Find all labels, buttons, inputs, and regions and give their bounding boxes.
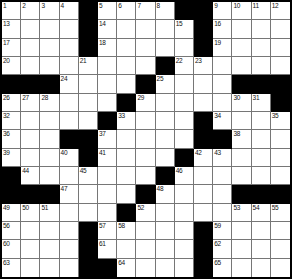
black-square-r14c5 [79, 240, 98, 258]
cell-r13c9[interactable] [156, 222, 175, 240]
cell-r12c13[interactable]: 53 [232, 204, 251, 222]
cell-r12c6[interactable] [98, 204, 117, 222]
cell-r1c7[interactable]: 6 [117, 2, 136, 20]
cell-r10c15[interactable] [271, 167, 290, 185]
black-square-r1c5 [79, 2, 98, 20]
cell-r11c11[interactable] [194, 185, 213, 203]
cell-r14c10[interactable] [175, 240, 194, 258]
cell-r9c8[interactable] [136, 149, 155, 167]
black-square-r5c14 [252, 75, 271, 93]
cell-r10c5[interactable]: 45 [79, 167, 98, 185]
cell-r10c13[interactable] [232, 167, 251, 185]
cell-r3c9[interactable] [156, 39, 175, 57]
cell-r1c14[interactable]: 11 [252, 2, 271, 20]
clue-number: 2 [22, 2, 25, 10]
cell-r2c3[interactable] [40, 20, 59, 38]
cell-r4c7[interactable] [117, 57, 136, 75]
clue-number: 44 [22, 167, 29, 175]
cell-r10c10[interactable]: 46 [175, 167, 194, 185]
cell-r6c9[interactable] [156, 94, 175, 112]
clue-number: 5 [99, 2, 102, 10]
cell-r3c4[interactable] [60, 39, 79, 57]
cell-r13c15[interactable] [271, 222, 290, 240]
clue-number: 25 [157, 75, 164, 83]
cell-r7c8[interactable] [136, 112, 155, 130]
cell-r4c5[interactable]: 21 [79, 57, 98, 75]
cell-r15c2[interactable] [21, 259, 40, 277]
black-square-r8c4 [60, 130, 79, 148]
black-square-r13c11 [194, 222, 213, 240]
cell-r7c2[interactable] [21, 112, 40, 130]
cell-r3c6[interactable]: 18 [98, 39, 117, 57]
cell-r10c4[interactable] [60, 167, 79, 185]
cell-r1c8[interactable]: 7 [136, 2, 155, 20]
cell-r3c10[interactable] [175, 39, 194, 57]
cell-r9c12[interactable]: 43 [213, 149, 232, 167]
cell-r6c13[interactable]: 30 [232, 94, 251, 112]
black-square-r10c1 [2, 167, 21, 185]
cell-r7c10[interactable] [175, 112, 194, 130]
clue-number: 7 [137, 2, 140, 10]
cell-r13c4[interactable] [60, 222, 79, 240]
cell-r12c9[interactable] [156, 204, 175, 222]
cell-r2c15[interactable] [271, 20, 290, 38]
cell-r9c11[interactable]: 42 [194, 149, 213, 167]
clue-number: 15 [176, 20, 183, 28]
clue-number: 61 [99, 240, 106, 248]
cell-r8c3[interactable] [40, 130, 59, 148]
cell-r8c9[interactable] [156, 130, 175, 148]
cell-r6c14[interactable]: 31 [252, 94, 271, 112]
clue-number: 64 [118, 259, 125, 267]
cell-r15c12[interactable]: 65 [213, 259, 232, 277]
cell-r11c4[interactable]: 47 [60, 185, 79, 203]
cell-r2c12[interactable]: 16 [213, 20, 232, 38]
cell-r3c2[interactable] [21, 39, 40, 57]
cell-r11c6[interactable] [98, 185, 117, 203]
clue-number: 42 [195, 149, 202, 157]
cell-r9c6[interactable]: 41 [98, 149, 117, 167]
clue-number: 8 [157, 2, 160, 10]
cell-r14c2[interactable] [21, 240, 40, 258]
clue-number: 57 [99, 222, 106, 230]
clue-number: 10 [233, 2, 240, 10]
black-square-r11c14 [252, 185, 271, 203]
black-square-r8c12 [213, 130, 232, 148]
black-square-r11c8 [136, 185, 155, 203]
black-square-r2c11 [194, 20, 213, 38]
cell-r1c2[interactable]: 2 [21, 2, 40, 20]
cell-r7c1[interactable]: 32 [2, 112, 21, 130]
cell-r4c10[interactable]: 22 [175, 57, 194, 75]
clue-number: 19 [214, 39, 221, 47]
black-square-r11c3 [40, 185, 59, 203]
cell-r2c6[interactable]: 14 [98, 20, 117, 38]
clue-number: 46 [176, 167, 183, 175]
cell-r2c9[interactable] [156, 20, 175, 38]
clue-number: 18 [99, 39, 106, 47]
cell-r4c11[interactable]: 23 [194, 57, 213, 75]
cell-r6c6[interactable] [98, 94, 117, 112]
cell-r3c1[interactable]: 17 [2, 39, 21, 57]
cell-r7c9[interactable] [156, 112, 175, 130]
clue-number: 59 [214, 222, 221, 230]
cell-r6c8[interactable]: 29 [136, 94, 155, 112]
cell-r8c10[interactable] [175, 130, 194, 148]
black-square-r3c5 [79, 39, 98, 57]
cell-r2c2[interactable] [21, 20, 40, 38]
cell-r5c10[interactable] [175, 75, 194, 93]
cell-r4c14[interactable] [252, 57, 271, 75]
cell-r14c9[interactable] [156, 240, 175, 258]
clue-number: 13 [3, 20, 10, 28]
cell-r3c12[interactable]: 19 [213, 39, 232, 57]
cell-r15c8[interactable] [136, 259, 155, 277]
black-square-r8c11 [194, 130, 213, 148]
cell-r12c10[interactable] [175, 204, 194, 222]
cell-r7c4[interactable] [60, 112, 79, 130]
cell-r6c10[interactable] [175, 94, 194, 112]
clue-number: 24 [61, 75, 68, 83]
cell-r9c15[interactable] [271, 149, 290, 167]
clue-number: 58 [118, 222, 125, 230]
clue-number: 49 [3, 204, 10, 212]
clue-number: 20 [3, 57, 10, 65]
cell-r14c12[interactable]: 62 [213, 240, 232, 258]
cell-r6c5[interactable] [79, 94, 98, 112]
cell-r5c9[interactable]: 25 [156, 75, 175, 93]
cell-r7c13[interactable] [232, 112, 251, 130]
clue-number: 16 [214, 20, 221, 28]
cell-r9c3[interactable] [40, 149, 59, 167]
cell-r4c12[interactable] [213, 57, 232, 75]
cell-r14c3[interactable] [40, 240, 59, 258]
cell-r3c8[interactable] [136, 39, 155, 57]
cell-r12c1[interactable]: 49 [2, 204, 21, 222]
cell-r14c13[interactable] [232, 240, 251, 258]
clue-number: 30 [233, 94, 240, 102]
clue-number: 63 [3, 259, 10, 267]
cell-r1c15[interactable]: 12 [271, 2, 290, 20]
cell-r8c6[interactable]: 37 [98, 130, 117, 148]
cell-r12c5[interactable] [79, 204, 98, 222]
black-square-r4c9 [156, 57, 175, 75]
clue-number: 65 [214, 259, 221, 267]
cell-r8c2[interactable] [21, 130, 40, 148]
cell-r15c9[interactable] [156, 259, 175, 277]
cell-r12c15[interactable]: 55 [271, 204, 290, 222]
cell-r11c7[interactable] [117, 185, 136, 203]
clue-number: 3 [41, 2, 44, 10]
cell-r1c13[interactable]: 10 [232, 2, 251, 20]
cell-r13c8[interactable] [136, 222, 155, 240]
cell-r11c12[interactable] [213, 185, 232, 203]
black-square-r5c2 [21, 75, 40, 93]
black-square-r5c13 [232, 75, 251, 93]
cell-r10c3[interactable] [40, 167, 59, 185]
cell-r10c2[interactable]: 44 [21, 167, 40, 185]
cell-r5c4[interactable]: 24 [60, 75, 79, 93]
clue-number: 52 [137, 204, 144, 212]
clue-number: 26 [3, 94, 10, 102]
clue-number: 43 [214, 149, 221, 157]
clue-number: 41 [99, 149, 106, 157]
clue-number: 47 [61, 185, 68, 193]
clue-number: 54 [253, 204, 260, 212]
cell-r13c14[interactable] [252, 222, 271, 240]
cell-r9c9[interactable] [156, 149, 175, 167]
clue-number: 37 [99, 130, 106, 138]
cell-r2c14[interactable] [252, 20, 271, 38]
cell-r15c14[interactable] [252, 259, 271, 277]
cell-r14c14[interactable] [252, 240, 271, 258]
cell-r7c3[interactable] [40, 112, 59, 130]
clue-number: 40 [61, 149, 68, 157]
cell-r8c13[interactable]: 38 [232, 130, 251, 148]
cell-r9c13[interactable] [232, 149, 251, 167]
clue-number: 48 [157, 185, 164, 193]
black-square-r15c6 [98, 259, 117, 277]
cell-r3c3[interactable] [40, 39, 59, 57]
cell-r2c10[interactable]: 15 [175, 20, 194, 38]
cell-r7c12[interactable]: 34 [213, 112, 232, 130]
black-square-r13c5 [79, 222, 98, 240]
black-square-r9c5 [79, 149, 98, 167]
cell-r11c10[interactable] [175, 185, 194, 203]
cell-r14c8[interactable] [136, 240, 155, 258]
clue-number: 27 [22, 94, 29, 102]
cell-r12c4[interactable] [60, 204, 79, 222]
cell-r10c14[interactable] [252, 167, 271, 185]
cell-r14c4[interactable] [60, 240, 79, 258]
clue-number: 31 [253, 94, 260, 102]
cell-r5c6[interactable] [98, 75, 117, 93]
clue-number: 50 [22, 204, 29, 212]
clue-number: 60 [3, 240, 10, 248]
cell-r13c3[interactable] [40, 222, 59, 240]
clue-number: 62 [214, 240, 221, 248]
cell-r12c14[interactable]: 54 [252, 204, 271, 222]
cell-r12c2[interactable]: 50 [21, 204, 40, 222]
cell-r9c1[interactable]: 39 [2, 149, 21, 167]
cell-r9c4[interactable]: 40 [60, 149, 79, 167]
cell-r13c6[interactable]: 57 [98, 222, 117, 240]
cell-r14c7[interactable] [117, 240, 136, 258]
cell-r7c5[interactable] [79, 112, 98, 130]
clue-number: 33 [118, 112, 125, 120]
black-square-r11c13 [232, 185, 251, 203]
cell-r2c8[interactable] [136, 20, 155, 38]
crossword-board: 1234567891011121314151617181920212223242… [0, 0, 292, 279]
clue-number: 17 [3, 39, 10, 47]
cell-r8c7[interactable] [117, 130, 136, 148]
clue-number: 12 [272, 2, 279, 10]
clue-number: 34 [214, 112, 221, 120]
black-square-r5c1 [2, 75, 21, 93]
cell-r6c1[interactable]: 26 [2, 94, 21, 112]
black-square-r6c7 [117, 94, 136, 112]
cell-r15c4[interactable] [60, 259, 79, 277]
clue-number: 28 [41, 94, 48, 102]
clue-number: 23 [195, 57, 202, 65]
cell-r8c8[interactable] [136, 130, 155, 148]
cell-r13c13[interactable] [232, 222, 251, 240]
black-square-r3c11 [194, 39, 213, 57]
black-square-r14c11 [194, 240, 213, 258]
black-square-r5c3 [40, 75, 59, 93]
cell-r6c2[interactable]: 27 [21, 94, 40, 112]
black-square-r9c10 [175, 149, 194, 167]
cell-r3c14[interactable] [252, 39, 271, 57]
cell-r1c4[interactable]: 4 [60, 2, 79, 20]
cell-r15c10[interactable] [175, 259, 194, 277]
cell-r1c3[interactable]: 3 [40, 2, 59, 20]
black-square-r11c15 [271, 185, 290, 203]
clue-number: 32 [3, 112, 10, 120]
black-square-r7c11 [194, 112, 213, 130]
clue-number: 6 [118, 2, 121, 10]
cell-r10c8[interactable] [136, 167, 155, 185]
cell-r12c12[interactable] [213, 204, 232, 222]
cell-r14c15[interactable] [271, 240, 290, 258]
cell-r10c11[interactable] [194, 167, 213, 185]
black-square-r10c9 [156, 167, 175, 185]
black-square-r11c2 [21, 185, 40, 203]
cell-r9c2[interactable] [21, 149, 40, 167]
cell-r4c2[interactable] [21, 57, 40, 75]
cell-r15c7[interactable]: 64 [117, 259, 136, 277]
cell-r8c15[interactable] [271, 130, 290, 148]
clue-number: 29 [137, 94, 144, 102]
clue-number: 21 [80, 57, 87, 65]
clue-number: 55 [272, 204, 279, 212]
cell-r5c7[interactable] [117, 75, 136, 93]
clue-number: 39 [3, 149, 10, 157]
cell-r4c6[interactable] [98, 57, 117, 75]
cell-r4c3[interactable] [40, 57, 59, 75]
cell-r12c8[interactable]: 52 [136, 204, 155, 222]
cell-r13c2[interactable] [21, 222, 40, 240]
black-square-r7c6 [98, 112, 117, 130]
cell-r4c1[interactable]: 20 [2, 57, 21, 75]
clue-number: 53 [233, 204, 240, 212]
cell-r2c7[interactable] [117, 20, 136, 38]
clue-number: 56 [3, 222, 10, 230]
cell-r4c13[interactable] [232, 57, 251, 75]
cell-r5c5[interactable] [79, 75, 98, 93]
cell-r15c13[interactable] [232, 259, 251, 277]
cell-r3c7[interactable] [117, 39, 136, 57]
cell-r6c12[interactable] [213, 94, 232, 112]
cell-r9c14[interactable] [252, 149, 271, 167]
cell-r15c1[interactable]: 63 [2, 259, 21, 277]
cell-r2c13[interactable] [232, 20, 251, 38]
clue-number: 45 [80, 167, 87, 175]
cell-r7c7[interactable]: 33 [117, 112, 136, 130]
black-square-r5c8 [136, 75, 155, 93]
cell-r12c11[interactable] [194, 204, 213, 222]
cell-r8c14[interactable] [252, 130, 271, 148]
black-square-r1c11 [194, 2, 213, 20]
cell-r4c15[interactable] [271, 57, 290, 75]
clue-number: 14 [99, 20, 106, 28]
cell-r12c3[interactable]: 51 [40, 204, 59, 222]
cell-r14c1[interactable]: 60 [2, 240, 21, 258]
cell-r3c13[interactable] [232, 39, 251, 57]
clue-number: 4 [61, 2, 64, 10]
cell-r5c12[interactable] [213, 75, 232, 93]
black-square-r2c5 [79, 20, 98, 38]
cell-r10c12[interactable] [213, 167, 232, 185]
clue-number: 35 [272, 112, 279, 120]
black-square-r8c5 [79, 130, 98, 148]
clue-number: 51 [41, 204, 48, 212]
cell-r2c1[interactable]: 13 [2, 20, 21, 38]
cell-r10c7[interactable] [117, 167, 136, 185]
cell-r6c11[interactable] [194, 94, 213, 112]
cell-r13c1[interactable]: 56 [2, 222, 21, 240]
cell-r6c3[interactable]: 28 [40, 94, 59, 112]
clue-number: 36 [3, 130, 10, 138]
clue-number: 1 [3, 2, 6, 10]
cell-r7c14[interactable] [252, 112, 271, 130]
clue-number: 11 [253, 2, 259, 10]
cell-r15c15[interactable] [271, 259, 290, 277]
cell-r1c6[interactable]: 5 [98, 2, 117, 20]
cell-r15c3[interactable] [40, 259, 59, 277]
black-square-r12c7 [117, 204, 136, 222]
cell-r13c10[interactable] [175, 222, 194, 240]
cell-r1c12[interactable]: 9 [213, 2, 232, 20]
cell-r1c1[interactable]: 1 [2, 2, 21, 20]
cell-r1c9[interactable]: 8 [156, 2, 175, 20]
black-square-r11c1 [2, 185, 21, 203]
cell-r5c11[interactable] [194, 75, 213, 93]
black-square-r6c15 [271, 94, 290, 112]
cell-r14c6[interactable]: 61 [98, 240, 117, 258]
clue-number: 38 [233, 130, 240, 138]
cell-r13c7[interactable]: 58 [117, 222, 136, 240]
cell-r6c4[interactable] [60, 94, 79, 112]
cell-r9c7[interactable] [117, 149, 136, 167]
black-square-r15c11 [194, 259, 213, 277]
cell-r4c8[interactable] [136, 57, 155, 75]
black-square-r15c5 [79, 259, 98, 277]
cell-r10c6[interactable] [98, 167, 117, 185]
cell-r13c12[interactable]: 59 [213, 222, 232, 240]
clue-number: 22 [176, 57, 183, 65]
cell-r4c4[interactable] [60, 57, 79, 75]
clue-number: 9 [214, 2, 217, 10]
cell-r8c1[interactable]: 36 [2, 130, 21, 148]
cell-r7c15[interactable]: 35 [271, 112, 290, 130]
cell-r11c9[interactable]: 48 [156, 185, 175, 203]
cell-r3c15[interactable] [271, 39, 290, 57]
cell-r11c5[interactable] [79, 185, 98, 203]
black-square-r5c15 [271, 75, 290, 93]
black-square-r1c10 [175, 2, 194, 20]
cell-r2c4[interactable] [60, 20, 79, 38]
